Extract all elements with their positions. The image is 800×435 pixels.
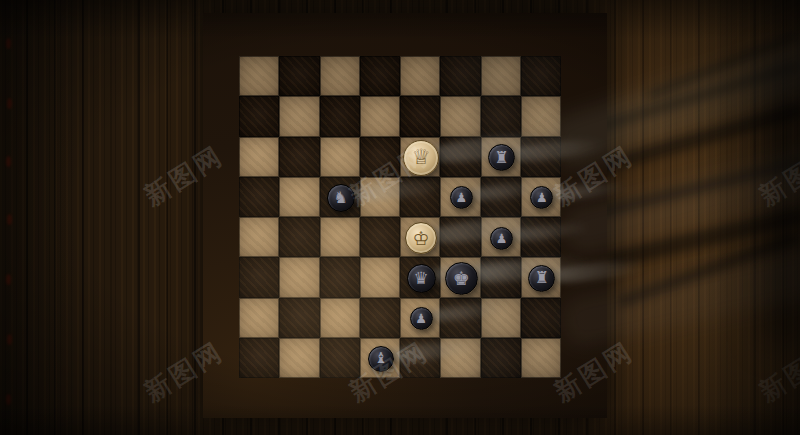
black-bishop[interactable]: ♝: [368, 346, 394, 372]
wood-knot: [6, 394, 11, 405]
chessboard-frame: ♕♜♞♟♟♔♟♛♚♜♟♝: [203, 13, 607, 418]
white-king[interactable]: ♔: [405, 222, 437, 254]
scene: ♕♜♞♟♟♔♟♛♚♜♟♝ 新图网新图网新图网新图网新图网新图网新图网新图网: [0, 0, 800, 435]
white-queen[interactable]: ♕: [403, 140, 439, 176]
black-pawn[interactable]: ♟: [410, 307, 433, 330]
black-pawn[interactable]: ♟: [450, 186, 473, 209]
wood-knot: [7, 214, 12, 225]
piece-shadow: [379, 338, 481, 365]
wood-table-left: [0, 0, 210, 435]
wood-knot: [7, 334, 12, 345]
wood-knot: [6, 274, 11, 285]
wood-knot: [6, 38, 11, 49]
black-rook[interactable]: ♜: [528, 265, 555, 292]
branch-shadow: [762, 55, 800, 345]
black-pawn[interactable]: ♟: [490, 227, 513, 250]
black-queen[interactable]: ♛: [407, 264, 436, 293]
wood-knot: [7, 98, 12, 109]
piece-shadow: [339, 176, 449, 205]
piece-layer: ♕♜♞♟♟♔♟♛♚♜♟♝: [239, 56, 561, 378]
wood-knot: [6, 156, 11, 167]
black-knight[interactable]: ♞: [327, 184, 355, 212]
piece-shadow: [419, 300, 508, 324]
black-king[interactable]: ♚: [445, 262, 478, 295]
black-pawn[interactable]: ♟: [530, 186, 553, 209]
black-rook[interactable]: ♜: [488, 144, 515, 171]
